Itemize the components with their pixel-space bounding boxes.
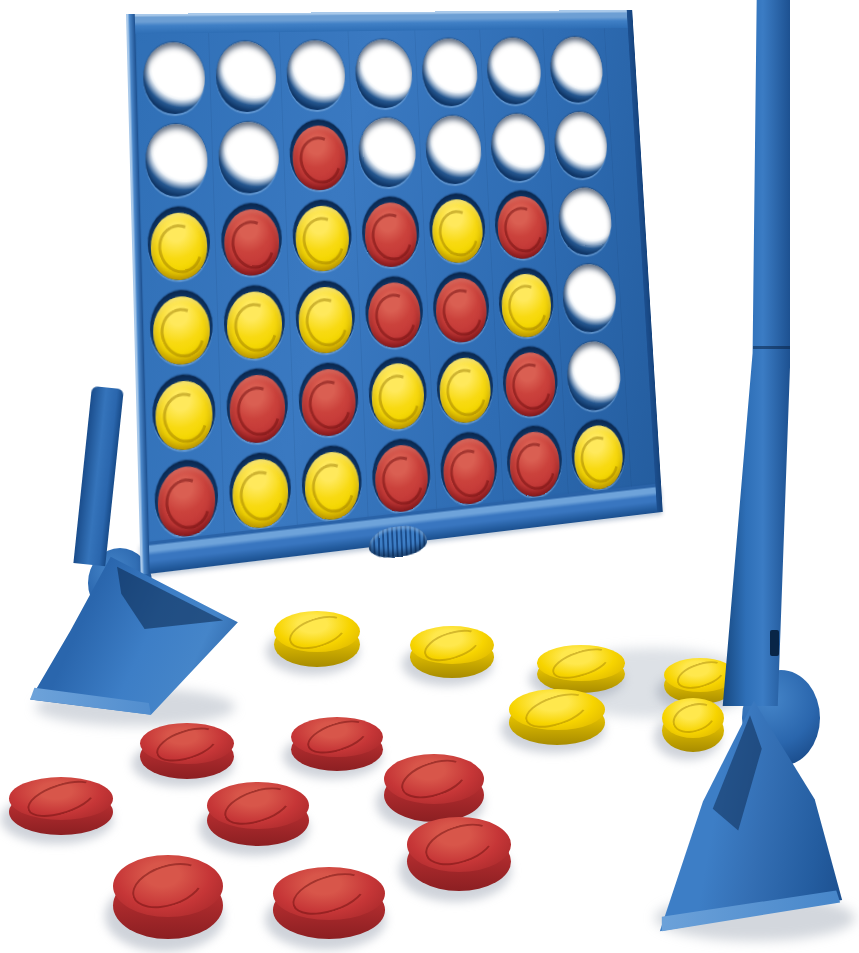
cell-r1c6 [480,33,547,110]
cell-r3c3 [286,193,359,278]
hole-r6c1-red-disc [154,457,219,540]
disc-groove [126,854,210,916]
disc-groove [230,378,288,444]
cell-r5c4 [362,350,434,438]
yellow-disc [231,457,290,531]
hole-r1c1-empty [142,42,206,115]
cell-r1c4 [349,34,419,114]
cell-r6c7 [565,412,632,498]
hole-r6c7-yellow-disc [570,417,627,492]
disc-top [291,717,383,757]
floor-disc-yellow [410,626,494,678]
cell-r3c6 [488,184,556,265]
hole-r1c2-empty [215,41,277,113]
disc-groove [522,686,593,734]
hole-r5c6-red-disc [501,345,559,419]
hole-r1c4-empty [354,39,413,109]
yellow-disc [226,290,284,361]
left-support-pole [73,386,123,566]
cell-r3c2 [214,197,288,283]
yellow-disc [431,199,485,265]
hole-r2c3-red-disc [289,119,350,192]
cell-r5c1 [145,367,222,459]
hole-r4c7-empty [561,263,617,335]
hole-r4c2-yellow-disc [223,284,286,361]
disc-groove [421,624,484,668]
floor-disc-red [113,855,223,939]
floor-disc-red [273,867,385,939]
disc-groove [574,428,625,490]
floor-disc-red [9,777,113,835]
disc-groove [432,202,485,263]
disc-groove [224,212,282,276]
hole-r1c7-empty [549,36,605,103]
disc-groove [497,199,549,259]
disc-groove [365,206,420,268]
cell-r6c1 [148,451,225,545]
left-foot [28,550,240,718]
hole-r4c3-yellow-disc [295,279,357,355]
disc-groove [23,774,99,824]
cell-r2c4 [352,112,423,194]
floor-disc-yellow [274,611,360,667]
disc-groove [302,372,359,437]
hole-r5c1-yellow-disc [151,372,216,453]
hole-r6c2-yellow-disc [228,450,292,531]
hole-r6c3-yellow-disc [301,443,363,523]
hole-r4c6-yellow-disc [497,267,555,340]
hole-r2c6-empty [489,113,546,182]
hole-r5c2-red-disc [226,366,289,445]
disc-groove [298,290,354,354]
hole-r2c4-empty [357,117,417,189]
cell-r3c7 [552,182,618,262]
cell-r1c5 [415,33,484,111]
cell-r1c3 [280,35,352,116]
red-disc [291,125,347,191]
disc-groove [368,285,423,348]
cell-r2c1 [139,118,215,203]
hole-r3c7-empty [557,186,613,256]
board-grid [127,28,661,543]
red-disc [504,351,557,419]
cell-r5c6 [496,339,565,424]
disc-top [9,777,113,820]
hole-r1c6-empty [486,37,543,105]
cell-r4c3 [289,274,362,361]
hole-r5c5-yellow-disc [435,350,494,426]
right-support-pole [722,0,790,706]
pole-slot [770,630,779,656]
disc-groove [155,384,215,451]
disc-groove [509,434,562,497]
cell-r5c3 [292,355,365,444]
red-disc [496,195,549,260]
red-disc [442,436,497,507]
disc-groove [303,714,371,760]
disc-groove [420,816,498,873]
yellow-disc [438,356,493,425]
hole-r4c5-red-disc [432,271,491,345]
cell-r3c4 [355,190,426,274]
yellow-disc [572,424,624,493]
yellow-disc [303,450,360,523]
hole-r2c7-empty [553,111,609,179]
floor-disc-yellow [509,689,605,745]
hole-r6c4-red-disc [371,436,432,515]
cell-r2c6 [484,108,552,187]
cell-r1c1 [136,37,211,120]
hole-r1c3-empty [286,40,347,111]
cell-r2c3 [283,114,355,197]
cell-r1c7 [543,32,609,108]
cell-r5c7 [560,334,627,418]
disc-groove [371,366,426,430]
disc-top [537,645,625,681]
cell-r4c6 [492,261,560,344]
hole-r4c4-red-disc [364,275,424,350]
floor-disc-yellow [537,645,625,693]
disc-groove [292,129,348,191]
hole-r1c5-empty [421,38,479,107]
red-disc [374,443,430,515]
disc-groove [375,448,430,513]
hole-r3c3-yellow-disc [292,199,353,273]
disc-top [384,754,484,804]
floor-disc-red [207,782,309,846]
disc-groove [227,295,285,360]
floor-disc-red [407,817,511,891]
yellow-disc [152,295,211,367]
release-knob [368,523,427,560]
cell-r3c1 [141,200,217,288]
disc-groove [295,209,351,272]
cell-r6c5 [434,424,504,512]
disc-groove [151,216,210,281]
yellow-disc [154,379,214,453]
hole-r5c7-empty [566,339,623,412]
disc-groove [439,361,493,424]
right-foot [652,696,848,936]
cell-r3c5 [423,187,492,269]
disc-groove [396,752,471,806]
cell-r4c2 [217,278,292,366]
floor-disc-red [384,754,484,822]
floor-disc-red [140,723,234,779]
cell-r4c4 [358,270,429,356]
red-disc [223,208,281,277]
cell-r6c6 [500,418,569,505]
cell-r2c7 [548,106,614,184]
hole-r3c2-red-disc [220,202,283,278]
cell-r6c3 [295,438,369,529]
red-disc [367,281,422,350]
hole-r3c4-red-disc [361,195,421,268]
disc-top [273,867,385,920]
hole-r4c1-yellow-disc [149,288,214,367]
disc-groove [305,455,362,521]
hole-r6c6-red-disc [505,423,563,499]
cell-r5c5 [430,345,500,431]
hole-r3c1-yellow-disc [147,205,211,282]
cell-r4c5 [426,266,496,350]
yellow-disc [370,362,426,432]
pole-seam [753,346,790,349]
red-disc [363,202,418,269]
hole-r2c2-empty [218,121,280,195]
hole-r6c5-red-disc [439,430,498,507]
disc-groove [505,355,557,417]
yellow-disc [297,286,354,356]
cell-r4c1 [143,283,220,373]
disc-top [207,782,309,829]
hole-r5c3-red-disc [298,361,360,439]
cell-r2c5 [419,110,488,190]
disc-groove [232,462,290,529]
disc-groove [436,281,489,343]
disc-groove [220,780,296,832]
disc-groove [158,469,218,537]
hole-r2c5-empty [424,115,482,185]
yellow-disc [500,273,553,339]
cell-r2c2 [212,116,286,200]
red-disc [228,373,286,446]
cell-r1c2 [209,36,283,118]
yellow-disc [294,205,350,273]
board [126,10,663,575]
disc-groove [152,720,222,767]
red-disc [434,277,488,345]
cell-r4c7 [556,258,623,340]
hole-r5c4-yellow-disc [367,355,428,432]
disc-groove [501,277,553,338]
disc-top [113,855,223,917]
disc-groove [287,865,370,923]
red-disc [508,430,562,500]
disc-groove [285,609,350,655]
hole-r3c5-yellow-disc [428,192,487,264]
cell-r6c4 [365,431,437,521]
disc-top [407,817,511,872]
cell-r6c2 [222,444,298,537]
disc-groove [153,299,213,365]
red-disc [300,367,357,438]
cell-r5c2 [220,361,295,452]
hole-r2c1-empty [145,123,209,198]
disc-groove [443,441,497,505]
floor-disc-red [291,717,383,771]
hole-r3c6-red-disc [493,189,550,260]
connect-four-scene [0,0,859,953]
red-disc [157,464,217,540]
yellow-disc [150,212,209,282]
disc-groove [673,656,728,695]
disc-groove [549,642,614,685]
